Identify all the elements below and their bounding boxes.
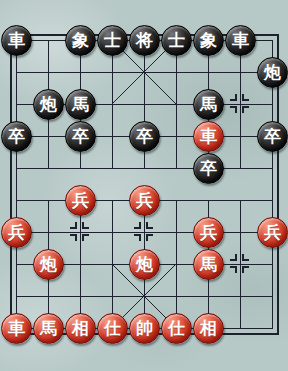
piece-red-chariot[interactable]: 車 bbox=[1, 313, 32, 344]
piece-red-cannon[interactable]: 炮 bbox=[129, 249, 160, 280]
point-marker bbox=[230, 254, 249, 273]
piece-black-elephant[interactable]: 象 bbox=[65, 25, 96, 56]
point-marker-bracket bbox=[82, 222, 89, 229]
piece-red-chariot[interactable]: 車 bbox=[193, 121, 224, 152]
piece-red-horse[interactable]: 馬 bbox=[33, 313, 64, 344]
point-marker-bracket bbox=[134, 222, 141, 229]
point-marker-bracket bbox=[242, 266, 249, 273]
point-marker-bracket bbox=[134, 234, 141, 241]
point-marker-bracket bbox=[242, 94, 249, 101]
piece-black-chariot[interactable]: 車 bbox=[225, 25, 256, 56]
piece-black-soldier[interactable]: 卒 bbox=[129, 121, 160, 152]
point-marker-bracket bbox=[70, 222, 77, 229]
piece-red-general[interactable]: 帥 bbox=[129, 313, 160, 344]
piece-red-advisor[interactable]: 仕 bbox=[97, 313, 128, 344]
piece-black-soldier[interactable]: 卒 bbox=[257, 121, 288, 152]
piece-black-advisor[interactable]: 士 bbox=[97, 25, 128, 56]
point-marker-bracket bbox=[70, 234, 77, 241]
point-marker bbox=[230, 94, 249, 113]
point-marker-bracket bbox=[146, 222, 153, 229]
piece-black-soldier[interactable]: 卒 bbox=[1, 121, 32, 152]
point-marker-bracket bbox=[230, 94, 237, 101]
point-marker-bracket bbox=[82, 234, 89, 241]
piece-red-elephant[interactable]: 相 bbox=[193, 313, 224, 344]
point-marker-bracket bbox=[242, 106, 249, 113]
piece-red-advisor[interactable]: 仕 bbox=[161, 313, 192, 344]
piece-red-cannon[interactable]: 炮 bbox=[33, 249, 64, 280]
xiangqi-board[interactable]: 車象士将士象車炮炮馬馬卒卒卒車卒卒兵兵兵兵兵炮炮馬車馬相仕帥仕相 bbox=[0, 0, 288, 371]
piece-black-general[interactable]: 将 bbox=[129, 25, 160, 56]
piece-red-horse[interactable]: 馬 bbox=[193, 249, 224, 280]
piece-red-soldier[interactable]: 兵 bbox=[1, 217, 32, 248]
piece-black-advisor[interactable]: 士 bbox=[161, 25, 192, 56]
point-marker-bracket bbox=[146, 234, 153, 241]
point-marker-bracket bbox=[230, 254, 237, 261]
piece-black-horse[interactable]: 馬 bbox=[65, 89, 96, 120]
point-marker-bracket bbox=[230, 266, 237, 273]
point-marker-bracket bbox=[242, 254, 249, 261]
piece-black-cannon[interactable]: 炮 bbox=[33, 89, 64, 120]
piece-red-soldier[interactable]: 兵 bbox=[65, 185, 96, 216]
piece-black-horse[interactable]: 馬 bbox=[193, 89, 224, 120]
point-marker bbox=[70, 222, 89, 241]
piece-black-soldier[interactable]: 卒 bbox=[193, 153, 224, 184]
piece-red-soldier[interactable]: 兵 bbox=[257, 217, 288, 248]
piece-red-soldier[interactable]: 兵 bbox=[193, 217, 224, 248]
piece-black-elephant[interactable]: 象 bbox=[193, 25, 224, 56]
piece-black-soldier[interactable]: 卒 bbox=[65, 121, 96, 152]
piece-red-elephant[interactable]: 相 bbox=[65, 313, 96, 344]
piece-red-soldier[interactable]: 兵 bbox=[129, 185, 160, 216]
piece-black-cannon[interactable]: 炮 bbox=[257, 57, 288, 88]
point-marker-bracket bbox=[230, 106, 237, 113]
point-marker bbox=[134, 222, 153, 241]
piece-black-chariot[interactable]: 車 bbox=[1, 25, 32, 56]
